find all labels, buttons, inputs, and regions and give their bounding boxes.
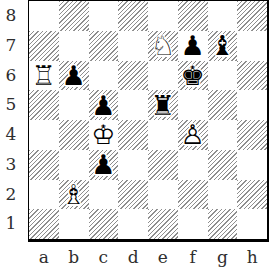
square-a1 [29, 209, 59, 239]
square-g5 [208, 90, 238, 120]
square-c1 [89, 209, 119, 239]
rank-label-3: 3 [0, 150, 22, 180]
rank-label-1: 1 [0, 209, 22, 239]
square-b7 [59, 31, 89, 61]
square-e4 [148, 120, 178, 150]
square-e2 [148, 180, 178, 210]
square-h2 [237, 180, 267, 210]
square-a8 [29, 1, 59, 31]
square-f6: ♚♚ [178, 61, 208, 91]
file-label-h: h [237, 246, 267, 268]
black-bishop: ♝♝ [208, 31, 238, 61]
square-a4 [29, 120, 59, 150]
square-g1 [208, 209, 238, 239]
black-bishop-glyph: ♝ [210, 32, 234, 59]
white-knight-glyph: ♘ [151, 32, 175, 59]
black-king: ♚♚ [178, 61, 208, 91]
square-a2 [29, 180, 59, 210]
square-d8 [118, 1, 148, 31]
black-pawn-glyph: ♟ [62, 62, 86, 89]
square-c5: ♟♟ [89, 90, 119, 120]
square-f2 [178, 180, 208, 210]
white-rook-glyph: ♖ [32, 62, 56, 89]
square-b3 [59, 150, 89, 180]
square-g6 [208, 61, 238, 91]
white-rook: ♜♖ [29, 61, 59, 91]
square-f1 [178, 209, 208, 239]
white-knight: ♞♘ [148, 31, 178, 61]
square-c6 [89, 61, 119, 91]
white-bishop-glyph: ♗ [62, 181, 86, 208]
square-d2 [118, 180, 148, 210]
rank-label-8: 8 [0, 1, 22, 31]
chess-diagram: 87654321 ♞♘♟♟♝♝♜♖♟♟♚♚♟♟♜♜♚♔♟♙♟♟♝♗ abcdef… [0, 0, 279, 279]
square-f7: ♟♟ [178, 31, 208, 61]
black-pawn-glyph: ♟ [181, 32, 205, 59]
rank-label-5: 5 [0, 90, 22, 120]
square-a6: ♜♖ [29, 61, 59, 91]
square-b4 [59, 120, 89, 150]
square-b5 [59, 90, 89, 120]
file-label-f: f [178, 246, 208, 268]
square-h6 [237, 61, 267, 91]
square-g3 [208, 150, 238, 180]
file-labels: abcdefgh [29, 246, 267, 268]
square-d7 [118, 31, 148, 61]
black-pawn: ♟♟ [89, 150, 119, 180]
file-label-e: e [148, 246, 178, 268]
square-d1 [118, 209, 148, 239]
white-king: ♚♔ [89, 120, 119, 150]
square-e5: ♜♜ [148, 90, 178, 120]
white-pawn-glyph: ♙ [181, 121, 205, 148]
square-f5 [178, 90, 208, 120]
square-g4 [208, 120, 238, 150]
black-pawn: ♟♟ [178, 31, 208, 61]
square-a5 [29, 90, 59, 120]
file-label-a: a [29, 246, 59, 268]
rank-label-2: 2 [0, 180, 22, 210]
square-d5 [118, 90, 148, 120]
square-e3 [148, 150, 178, 180]
square-f3 [178, 150, 208, 180]
square-a7 [29, 31, 59, 61]
square-b2: ♝♗ [59, 180, 89, 210]
rank-label-4: 4 [0, 120, 22, 150]
square-b8 [59, 1, 89, 31]
square-e8 [148, 1, 178, 31]
square-f8 [178, 1, 208, 31]
file-label-c: c [89, 246, 119, 268]
rank-label-7: 7 [0, 31, 22, 61]
black-pawn: ♟♟ [59, 61, 89, 91]
black-pawn-glyph: ♟ [91, 92, 115, 119]
square-c8 [89, 1, 119, 31]
square-e6 [148, 61, 178, 91]
rank-label-6: 6 [0, 61, 22, 91]
file-label-b: b [59, 246, 89, 268]
square-a3 [29, 150, 59, 180]
square-d4 [118, 120, 148, 150]
square-h8 [237, 1, 267, 31]
white-pawn: ♟♙ [178, 120, 208, 150]
square-e1 [148, 209, 178, 239]
square-h5 [237, 90, 267, 120]
square-c2 [89, 180, 119, 210]
black-pawn: ♟♟ [89, 90, 119, 120]
file-label-d: d [118, 246, 148, 268]
square-b1 [59, 209, 89, 239]
square-g8 [208, 1, 238, 31]
square-b6: ♟♟ [59, 61, 89, 91]
black-rook: ♜♜ [148, 90, 178, 120]
square-f4: ♟♙ [178, 120, 208, 150]
square-g2 [208, 180, 238, 210]
black-pawn-glyph: ♟ [91, 151, 115, 178]
square-d6 [118, 61, 148, 91]
file-label-g: g [208, 246, 238, 268]
black-rook-glyph: ♜ [151, 92, 175, 119]
square-e7: ♞♘ [148, 31, 178, 61]
square-h3 [237, 150, 267, 180]
square-c4: ♚♔ [89, 120, 119, 150]
white-king-glyph: ♔ [91, 121, 115, 148]
square-h1 [237, 209, 267, 239]
chess-board: ♞♘♟♟♝♝♜♖♟♟♚♚♟♟♜♜♚♔♟♙♟♟♝♗ [28, 0, 269, 242]
square-d3 [118, 150, 148, 180]
square-h4 [237, 120, 267, 150]
white-bishop: ♝♗ [59, 180, 89, 210]
black-king-glyph: ♚ [181, 62, 205, 89]
square-c7 [89, 31, 119, 61]
square-c3: ♟♟ [89, 150, 119, 180]
square-h7 [237, 31, 267, 61]
square-g7: ♝♝ [208, 31, 238, 61]
